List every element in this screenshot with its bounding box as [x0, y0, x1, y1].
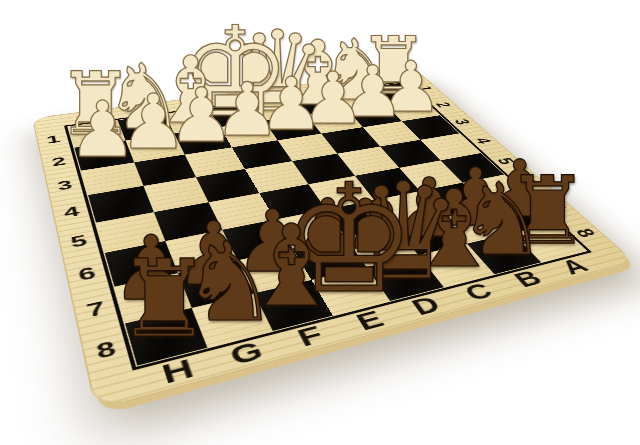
chess-set-photo: 1234567812345678HGFEDCBA ♜♞♝♚♛♝♞♜♟♟♟♟♟♟♟… [0, 0, 640, 445]
piece-black-rook-h8[interactable]: ♜ [116, 246, 212, 353]
rank-label-right-3: 3 [451, 118, 473, 125]
rank-label-left-4: 4 [62, 204, 80, 220]
rank-label-left-2: 2 [51, 155, 68, 168]
rank-label-left-3: 3 [56, 179, 74, 193]
piece-white-pawn-h2[interactable]: ♟ [68, 91, 137, 168]
rank-label-left-7: 7 [85, 299, 107, 321]
rank-label-left-6: 6 [77, 264, 98, 283]
rank-label-left-8: 8 [94, 338, 118, 362]
rank-label-left-5: 5 [69, 233, 89, 250]
